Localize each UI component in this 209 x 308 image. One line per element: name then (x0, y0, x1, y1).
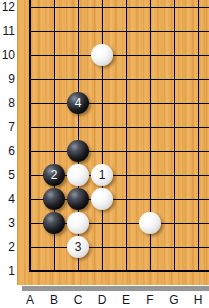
grid-line (138, 79, 162, 80)
intersection-B9[interactable] (42, 67, 66, 91)
intersection-A12[interactable] (18, 0, 42, 19)
grid-line (186, 103, 209, 104)
grid-line (29, 270, 42, 272)
row-label-3: 3 (0, 215, 15, 231)
row-label-7: 7 (0, 119, 15, 135)
grid-line (29, 79, 42, 80)
intersection-A4[interactable] (18, 187, 42, 211)
intersection-D6[interactable] (90, 139, 114, 163)
intersection-F7[interactable] (138, 115, 162, 139)
grid-line (114, 7, 138, 8)
grid-line (66, 127, 90, 128)
grid-line (90, 31, 114, 32)
intersection-B4[interactable] (42, 187, 66, 211)
intersection-F11[interactable] (138, 19, 162, 43)
row-label-4: 4 (0, 191, 15, 207)
intersection-A3[interactable] (18, 211, 42, 235)
grid-line (186, 247, 209, 248)
grid-line (186, 7, 209, 8)
intersection-E12[interactable] (114, 0, 138, 19)
intersection-E9[interactable] (114, 67, 138, 91)
grid-line (29, 103, 42, 104)
grid-line (42, 31, 66, 32)
stone-black-C8: 4 (67, 92, 89, 114)
intersection-C5[interactable] (66, 163, 90, 187)
column-label-A: A (18, 293, 42, 307)
row-label-9: 9 (0, 71, 15, 87)
row-label-8: 8 (0, 95, 15, 111)
grid-line (42, 79, 66, 80)
intersection-E5[interactable] (114, 163, 138, 187)
go-board-diagram: 4213 121110987654321 ABCDEFGH (0, 0, 209, 308)
intersection-A2[interactable] (18, 235, 42, 259)
grid-line (102, 0, 103, 19)
column-label-E: E (114, 293, 138, 307)
grid-line (114, 103, 138, 104)
grid-line (90, 270, 114, 272)
stone-white-C5 (67, 164, 89, 186)
intersection-A8[interactable] (18, 91, 42, 115)
grid-line (42, 127, 66, 128)
grid-line (90, 103, 114, 104)
grid-line (90, 127, 114, 128)
row-label-10: 10 (0, 47, 15, 63)
grid-line (114, 127, 138, 128)
row-label-5: 5 (0, 167, 15, 183)
stone-white-F3 (139, 212, 161, 234)
grid-line (78, 0, 79, 19)
grid-line (42, 247, 66, 248)
intersection-F6[interactable] (138, 139, 162, 163)
board-shadow (22, 286, 209, 291)
intersection-H9[interactable] (186, 67, 209, 91)
grid-line (66, 31, 90, 32)
intersection-C9[interactable] (66, 67, 90, 91)
intersection-H1[interactable] (186, 259, 209, 283)
intersection-F12[interactable] (138, 0, 162, 19)
intersection-D8[interactable] (90, 91, 114, 115)
grid-line (126, 0, 127, 19)
intersection-B10[interactable] (42, 43, 66, 67)
row-label-12: 12 (0, 0, 15, 15)
grid-line (42, 103, 66, 104)
grid-line (66, 270, 90, 272)
grid-line (29, 199, 42, 200)
grid-line (90, 247, 114, 248)
intersection-E4[interactable] (114, 187, 138, 211)
intersection-H5[interactable] (186, 163, 209, 187)
grid-line (54, 0, 55, 19)
grid-line (138, 127, 162, 128)
intersection-D2[interactable] (90, 235, 114, 259)
grid-line (138, 55, 162, 56)
intersection-E7[interactable] (114, 115, 138, 139)
intersection-H11[interactable] (186, 19, 209, 43)
grid-line (186, 270, 209, 272)
intersection-D4[interactable] (90, 187, 114, 211)
intersection-B7[interactable] (42, 115, 66, 139)
grid-line (198, 0, 199, 19)
grid-line (186, 127, 209, 128)
grid-line (186, 79, 209, 80)
grid-line (186, 151, 209, 152)
grid-line (162, 175, 186, 176)
intersection-H10[interactable] (186, 43, 209, 67)
grid-line (138, 270, 162, 272)
intersection-F1[interactable] (138, 259, 162, 283)
grid-line (162, 31, 186, 32)
grid-line (42, 7, 66, 8)
grid-line (42, 270, 66, 272)
intersection-E6[interactable] (114, 139, 138, 163)
intersection-E1[interactable] (114, 259, 138, 283)
stone-white-D10 (91, 44, 113, 66)
intersection-C1[interactable] (66, 259, 90, 283)
stone-black-B3 (43, 212, 65, 234)
intersection-B3[interactable] (42, 211, 66, 235)
intersection-C3[interactable] (66, 211, 90, 235)
intersection-E8[interactable] (114, 91, 138, 115)
intersection-G11[interactable] (162, 19, 186, 43)
grid-line (174, 0, 175, 19)
grid-line (138, 151, 162, 152)
grid-line (162, 151, 186, 152)
intersection-A5[interactable] (18, 163, 42, 187)
intersection-C11[interactable] (66, 19, 90, 43)
row-label-1: 1 (0, 263, 15, 279)
grid-line (114, 223, 138, 224)
intersection-H2[interactable] (186, 235, 209, 259)
grid-line (162, 270, 186, 272)
intersection-C7[interactable] (66, 115, 90, 139)
move-number: 4 (75, 92, 82, 114)
intersection-E10[interactable] (114, 43, 138, 67)
intersection-F2[interactable] (138, 235, 162, 259)
intersection-F8[interactable] (138, 91, 162, 115)
intersection-F9[interactable] (138, 67, 162, 91)
grid-line (162, 103, 186, 104)
column-label-H: H (186, 293, 209, 307)
grid-line (138, 199, 162, 200)
intersection-A11[interactable] (18, 19, 42, 43)
intersection-G4[interactable] (162, 187, 186, 211)
grid-line (138, 175, 162, 176)
grid-line (29, 55, 42, 56)
grid-line (90, 79, 114, 80)
grid-line (114, 31, 138, 32)
grid-line (162, 199, 186, 200)
intersection-D3[interactable] (90, 211, 114, 235)
grid-line (114, 199, 138, 200)
grid-line (114, 55, 138, 56)
grid-line (162, 223, 186, 224)
intersection-A7[interactable] (18, 115, 42, 139)
column-label-B: B (42, 293, 66, 307)
intersection-A1[interactable] (18, 259, 42, 283)
column-label-F: F (138, 293, 162, 307)
intersection-E3[interactable] (114, 211, 138, 235)
row-label-2: 2 (0, 239, 15, 255)
intersection-C12[interactable] (66, 0, 90, 19)
intersection-F10[interactable] (138, 43, 162, 67)
intersection-B1[interactable] (42, 259, 66, 283)
grid-line (66, 7, 90, 8)
intersection-D5[interactable]: 1 (90, 163, 114, 187)
grid-line (90, 7, 114, 8)
intersection-C10[interactable] (66, 43, 90, 67)
grid-line (90, 151, 114, 152)
intersection-G10[interactable] (162, 43, 186, 67)
grid-line (138, 247, 162, 248)
intersection-G2[interactable] (162, 235, 186, 259)
intersection-B6[interactable] (42, 139, 66, 163)
intersection-B11[interactable] (42, 19, 66, 43)
grid-line (29, 0, 31, 19)
grid-line (114, 175, 138, 176)
intersection-F5[interactable] (138, 163, 162, 187)
move-number: 3 (75, 236, 82, 258)
stone-black-B5: 2 (43, 164, 65, 186)
grid-line (66, 55, 90, 56)
stone-white-D4 (91, 188, 113, 210)
intersection-D9[interactable] (90, 67, 114, 91)
grid-line (186, 199, 209, 200)
intersection-H7[interactable] (186, 115, 209, 139)
intersection-G7[interactable] (162, 115, 186, 139)
grid-line (29, 7, 42, 8)
grid-line (29, 127, 42, 128)
intersection-G8[interactable] (162, 91, 186, 115)
grid-line (90, 223, 114, 224)
grid-line (186, 55, 209, 56)
intersection-H12[interactable] (186, 0, 209, 19)
intersection-C8[interactable]: 4 (66, 91, 90, 115)
intersection-C2[interactable]: 3 (66, 235, 90, 259)
intersection-G9[interactable] (162, 67, 186, 91)
grid-line (29, 151, 42, 152)
intersection-H8[interactable] (186, 91, 209, 115)
stone-white-D5: 1 (91, 164, 113, 186)
stone-black-C6 (67, 140, 89, 162)
grid-line (114, 79, 138, 80)
intersection-C4[interactable] (66, 187, 90, 211)
intersection-G5[interactable] (162, 163, 186, 187)
stone-black-C4 (67, 188, 89, 210)
grid-line (42, 55, 66, 56)
grid-line (138, 103, 162, 104)
intersection-G6[interactable] (162, 139, 186, 163)
grid-line (114, 247, 138, 248)
grid-line (162, 55, 186, 56)
intersection-F3[interactable] (138, 211, 162, 235)
intersection-F4[interactable] (138, 187, 162, 211)
intersection-D11[interactable] (90, 19, 114, 43)
intersection-H6[interactable] (186, 139, 209, 163)
intersection-A6[interactable] (18, 139, 42, 163)
grid-line (186, 175, 209, 176)
grid-line (66, 79, 90, 80)
intersection-G1[interactable] (162, 259, 186, 283)
intersection-A10[interactable] (18, 43, 42, 67)
grid-line (114, 270, 138, 272)
move-number: 2 (51, 164, 58, 186)
intersection-E11[interactable] (114, 19, 138, 43)
column-label-C: C (66, 293, 90, 307)
intersection-G12[interactable] (162, 0, 186, 19)
intersection-B2[interactable] (42, 235, 66, 259)
stone-white-C3 (67, 212, 89, 234)
grid-line (138, 31, 162, 32)
intersection-D7[interactable] (90, 115, 114, 139)
grid-line (114, 151, 138, 152)
intersection-B8[interactable] (42, 91, 66, 115)
intersection-H4[interactable] (186, 187, 209, 211)
stone-white-C2: 3 (67, 236, 89, 258)
grid-line (186, 31, 209, 32)
grid-line (42, 151, 66, 152)
column-label-G: G (162, 293, 186, 307)
grid-line (162, 247, 186, 248)
row-label-11: 11 (0, 23, 15, 39)
stone-black-B4 (43, 188, 65, 210)
row-label-6: 6 (0, 143, 15, 159)
intersection-G3[interactable] (162, 211, 186, 235)
intersection-H3[interactable] (186, 211, 209, 235)
grid-line (29, 223, 42, 224)
grid-line (29, 175, 42, 176)
intersection-B12[interactable] (42, 0, 66, 19)
grid-line (29, 31, 42, 32)
move-number: 1 (99, 164, 106, 186)
intersection-D10[interactable] (90, 43, 114, 67)
board-grid: 4213 (18, 0, 209, 283)
intersection-E2[interactable] (114, 235, 138, 259)
column-label-D: D (90, 293, 114, 307)
intersection-B5[interactable]: 2 (42, 163, 66, 187)
intersection-D1[interactable] (90, 259, 114, 283)
grid-line (138, 7, 162, 8)
grid-line (150, 0, 151, 19)
intersection-C6[interactable] (66, 139, 90, 163)
grid-line (162, 127, 186, 128)
grid-line (29, 247, 42, 248)
intersection-A9[interactable] (18, 67, 42, 91)
grid-line (162, 7, 186, 8)
intersection-D12[interactable] (90, 0, 114, 19)
grid-line (186, 223, 209, 224)
grid-line (162, 79, 186, 80)
